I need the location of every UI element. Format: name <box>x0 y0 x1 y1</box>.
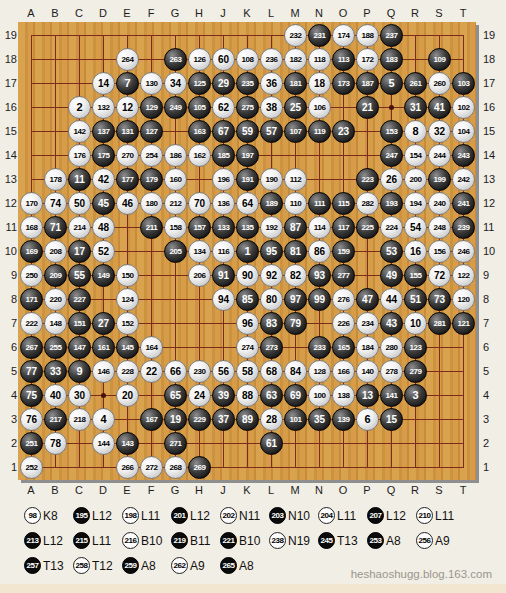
move-number: 102 <box>458 104 470 112</box>
row-label: 1 <box>1 461 17 473</box>
stone-white-276: 276 <box>332 288 355 311</box>
move-number: 76 <box>26 415 37 425</box>
move-number: 223 <box>362 176 374 184</box>
stone-white-110: 110 <box>284 192 307 215</box>
move-number: 234 <box>362 320 374 328</box>
stone-black-229: 229 <box>188 408 211 431</box>
stone-black-211: 211 <box>140 216 163 239</box>
stone-white-132: 132 <box>92 96 115 119</box>
move-number: 220 <box>50 296 62 304</box>
move-number: 268 <box>170 464 182 472</box>
stone-white-114: 114 <box>308 216 331 239</box>
stone-black-269: 269 <box>188 456 211 479</box>
stone-white-220: 220 <box>44 288 67 311</box>
move-number: 254 <box>146 152 158 160</box>
stone-white-232: 232 <box>284 24 307 47</box>
stone-white-240: 240 <box>428 192 451 215</box>
move-number: 111 <box>314 200 325 208</box>
stone-black-17: 17 <box>68 240 91 263</box>
row-label: 19 <box>483 29 499 41</box>
stone-white-176: 176 <box>68 144 91 167</box>
stone-black-187: 187 <box>356 72 379 95</box>
caption-stone-white-256: 256 <box>416 532 433 549</box>
caption-entry: 245T13 <box>318 532 367 549</box>
stone-black-67: 67 <box>212 120 235 143</box>
move-number: 112 <box>290 176 301 184</box>
move-number: 36 <box>266 79 277 89</box>
stone-white-280: 280 <box>380 336 403 359</box>
move-number: 184 <box>362 344 374 352</box>
move-number: 280 <box>386 344 398 352</box>
stone-black-143: 143 <box>116 432 139 455</box>
move-number: 144 <box>98 440 110 448</box>
stone-black-139: 139 <box>332 408 355 431</box>
column-label: L <box>263 484 279 496</box>
move-number: 231 <box>314 32 326 40</box>
move-number: 54 <box>410 223 421 233</box>
move-number: 146 <box>98 368 110 376</box>
move-number: 188 <box>362 32 374 40</box>
move-number: 175 <box>98 152 110 160</box>
column-label: E <box>119 484 135 496</box>
move-number: 276 <box>338 296 350 304</box>
stone-white-200: 200 <box>404 168 427 191</box>
caption-coordinate: A8 <box>239 559 254 573</box>
column-label: R <box>407 484 423 496</box>
move-number: 187 <box>362 80 374 88</box>
stone-black-49: 49 <box>380 264 403 287</box>
column-label: E <box>119 7 135 19</box>
caption-entry: 210L11 <box>416 507 465 524</box>
column-label: A <box>23 7 39 19</box>
stone-white-264: 264 <box>116 48 139 71</box>
move-number: 232 <box>290 32 302 40</box>
move-number: 116 <box>218 248 229 256</box>
stone-black-117: 117 <box>332 216 355 239</box>
stone-white-64: 64 <box>236 192 259 215</box>
caption-stone-white-202: 202 <box>220 507 237 524</box>
move-number: 93 <box>314 271 325 281</box>
column-label: Q <box>383 484 399 496</box>
stone-white-2: 2 <box>68 96 91 119</box>
caption-coordinate: T12 <box>92 559 113 573</box>
caption-stone-black-221: 221 <box>220 532 237 549</box>
stone-white-190: 190 <box>260 168 283 191</box>
stone-black-89: 89 <box>236 408 259 431</box>
stone-white-30: 30 <box>68 384 91 407</box>
move-number: 63 <box>266 391 277 401</box>
move-number: 46 <box>122 199 133 209</box>
move-number: 104 <box>458 128 470 136</box>
stone-black-103: 103 <box>452 72 475 95</box>
caption-stone-black-265: 265 <box>220 557 237 574</box>
move-number: 57 <box>266 127 277 137</box>
stone-black-275: 275 <box>236 96 259 119</box>
stone-white-106: 106 <box>308 96 331 119</box>
stone-black-39: 39 <box>212 384 235 407</box>
move-number: 152 <box>122 320 134 328</box>
move-number: 38 <box>266 103 277 113</box>
move-number: 13 <box>362 391 373 401</box>
stone-white-274: 274 <box>236 336 259 359</box>
go-grid: 2322311741882372642631266010823618211811… <box>31 35 464 468</box>
move-number: 75 <box>26 391 37 401</box>
caption-entry: 98K8 <box>24 507 73 524</box>
move-number: 131 <box>122 128 134 136</box>
stone-white-242: 242 <box>452 168 475 191</box>
move-number: 168 <box>26 224 38 232</box>
column-label: P <box>359 484 375 496</box>
caption-coordinate: L11 <box>435 509 454 523</box>
move-number: 17 <box>74 247 85 257</box>
column-label: H <box>191 7 207 19</box>
move-number: 114 <box>314 224 325 232</box>
stone-black-159: 159 <box>332 240 355 263</box>
stone-black-63: 63 <box>260 384 283 407</box>
stone-black-251: 251 <box>20 432 43 455</box>
stone-white-70: 70 <box>188 192 211 215</box>
stone-black-5: 5 <box>380 72 403 95</box>
stone-black-53: 53 <box>380 240 403 263</box>
move-number: 133 <box>218 224 230 232</box>
move-number: 109 <box>434 56 446 64</box>
stone-black-87: 87 <box>284 216 307 239</box>
move-number: 130 <box>146 80 158 88</box>
stone-black-193: 193 <box>380 192 403 215</box>
caption-coordinate: L12 <box>43 534 63 548</box>
move-number: 19 <box>170 415 181 425</box>
stone-black-45: 45 <box>92 192 115 215</box>
move-number: 143 <box>122 440 134 448</box>
stone-white-62: 62 <box>212 96 235 119</box>
stone-black-37: 37 <box>212 408 235 431</box>
move-number: 67 <box>218 127 229 137</box>
move-number: 169 <box>26 248 38 256</box>
move-number: 236 <box>266 56 278 64</box>
stone-white-182: 182 <box>284 48 307 71</box>
stone-black-83: 83 <box>260 312 283 335</box>
row-label: 2 <box>1 437 17 449</box>
move-number: 31 <box>410 103 421 113</box>
row-label: 7 <box>1 317 17 329</box>
stone-black-121: 121 <box>452 312 475 335</box>
move-number: 281 <box>434 320 446 328</box>
move-number: 25 <box>290 103 301 113</box>
row-label: 10 <box>1 245 17 257</box>
caption-coordinate: L11 <box>141 509 160 523</box>
move-number: 192 <box>266 224 278 232</box>
stone-white-260: 260 <box>428 72 451 95</box>
stone-white-214: 214 <box>68 216 91 239</box>
stone-black-59: 59 <box>236 120 259 143</box>
move-number: 149 <box>98 272 110 280</box>
move-number: 96 <box>242 319 253 329</box>
caption-entry: 202N11 <box>220 507 269 524</box>
move-number: 151 <box>74 320 86 328</box>
move-number: 68 <box>266 367 277 377</box>
move-number: 88 <box>242 391 253 401</box>
caption-stone-black-253: 253 <box>367 532 384 549</box>
star-point <box>101 393 106 398</box>
move-number: 11 <box>74 175 85 185</box>
stone-white-174: 174 <box>332 24 355 47</box>
stone-white-54: 54 <box>404 216 427 239</box>
stone-black-273: 273 <box>260 336 283 359</box>
caption-stone-white-210: 210 <box>416 507 433 524</box>
move-number: 272 <box>146 464 158 472</box>
stone-white-228: 228 <box>116 360 139 383</box>
move-number: 99 <box>314 295 325 305</box>
caption-stone-white-216: 216 <box>122 532 139 549</box>
move-number: 218 <box>74 416 86 424</box>
stone-black-27: 27 <box>92 312 115 335</box>
move-number: 193 <box>386 200 398 208</box>
caption-stone-white-238: 238 <box>269 532 286 549</box>
stone-black-3: 3 <box>404 384 427 407</box>
stone-white-32: 32 <box>428 120 451 143</box>
stone-black-125: 125 <box>188 72 211 95</box>
move-number: 29 <box>218 79 229 89</box>
stone-black-191: 191 <box>236 168 259 191</box>
stone-white-156: 156 <box>428 240 451 263</box>
stone-white-112: 112 <box>284 168 307 191</box>
stone-white-136: 136 <box>212 192 235 215</box>
caption-stone-black-257: 257 <box>24 557 41 574</box>
caption-entry: 216B10 <box>122 532 171 549</box>
stone-white-252: 252 <box>20 456 43 479</box>
move-number: 164 <box>146 344 158 352</box>
stone-black-105: 105 <box>188 96 211 119</box>
move-number: 173 <box>338 80 350 88</box>
caption-coordinate: K8 <box>43 509 58 523</box>
stone-black-135: 135 <box>236 216 259 239</box>
stone-black-165: 165 <box>332 336 355 359</box>
caption-coordinate: A9 <box>190 559 205 573</box>
column-label: M <box>287 7 303 19</box>
move-number: 4 <box>100 414 106 425</box>
stone-white-102: 102 <box>452 96 475 119</box>
caption-coordinate: T13 <box>43 559 64 573</box>
stone-black-95: 95 <box>260 240 283 263</box>
go-board: 2322311741882372642631266010823618211811… <box>18 22 476 480</box>
stone-white-154: 154 <box>404 144 427 167</box>
move-number: 60 <box>218 55 229 65</box>
column-label: J <box>215 7 231 19</box>
column-label: H <box>191 484 207 496</box>
move-number: 27 <box>98 319 109 329</box>
move-number: 158 <box>170 224 182 232</box>
row-label: 9 <box>483 269 499 281</box>
move-number: 174 <box>338 32 350 40</box>
caption-stone-white-204: 204 <box>318 507 335 524</box>
move-number: 117 <box>338 224 349 232</box>
stone-white-192: 192 <box>260 216 283 239</box>
move-number: 70 <box>194 199 205 209</box>
move-number: 125 <box>194 80 206 88</box>
column-label: F <box>143 484 159 496</box>
move-number: 10 <box>410 319 421 329</box>
stone-white-58: 58 <box>236 360 259 383</box>
move-number: 9 <box>76 366 82 377</box>
move-number: 24 <box>194 391 205 401</box>
move-number: 176 <box>74 152 86 160</box>
stone-white-266: 266 <box>116 456 139 479</box>
stone-black-57: 57 <box>260 120 283 143</box>
stone-white-116: 116 <box>212 240 235 263</box>
stone-black-11: 11 <box>68 168 91 191</box>
move-number: 44 <box>386 295 397 305</box>
move-number: 1 <box>244 246 250 257</box>
move-number: 147 <box>74 344 86 352</box>
stone-white-236: 236 <box>260 48 283 71</box>
move-number: 33 <box>50 367 61 377</box>
stone-white-152: 152 <box>116 312 139 335</box>
kifu-page: ABCDEFGHJKLMNOPQRST ABCDEFGHJKLMNOPQRST … <box>0 0 506 593</box>
caption-stone-black-195: 195 <box>73 507 90 524</box>
move-number: 246 <box>458 248 470 256</box>
stone-black-237: 237 <box>380 24 403 47</box>
row-label: 15 <box>1 125 17 137</box>
move-number: 222 <box>26 320 38 328</box>
move-number: 94 <box>218 295 229 305</box>
row-label: 6 <box>1 341 17 353</box>
move-number: 242 <box>458 176 470 184</box>
stone-white-140: 140 <box>356 360 379 383</box>
caption-entry: 253A8 <box>367 532 416 549</box>
stone-black-107: 107 <box>284 120 307 143</box>
move-number: 100 <box>314 392 326 400</box>
row-label: 17 <box>483 77 499 89</box>
move-number: 269 <box>194 464 206 472</box>
move-number: 91 <box>218 271 229 281</box>
stone-black-115: 115 <box>332 192 355 215</box>
move-number: 179 <box>146 176 158 184</box>
stone-white-14: 14 <box>92 72 115 95</box>
move-number: 250 <box>26 272 38 280</box>
caption-coordinate: B10 <box>239 534 260 548</box>
stone-black-99: 99 <box>308 288 331 311</box>
move-number: 2 <box>76 102 82 113</box>
stone-black-35: 35 <box>308 408 331 431</box>
stone-black-23: 23 <box>332 120 355 143</box>
stone-black-177: 177 <box>116 168 139 191</box>
stone-black-111: 111 <box>308 192 331 215</box>
stone-black-277: 277 <box>332 264 355 287</box>
row-label: 19 <box>1 29 17 41</box>
caption-entry: 219B11 <box>171 532 220 549</box>
caption-entry: 195L12 <box>73 507 122 524</box>
column-label: P <box>359 7 375 19</box>
stone-black-7: 7 <box>116 72 139 95</box>
stone-black-241: 241 <box>452 192 475 215</box>
stone-white-158: 158 <box>164 216 187 239</box>
move-number: 279 <box>410 368 422 376</box>
caption-coordinate: N11 <box>239 509 260 523</box>
stone-white-270: 270 <box>116 144 139 167</box>
stone-white-18: 18 <box>308 72 331 95</box>
move-number: 247 <box>386 152 398 160</box>
caption-entry: 203N10 <box>269 507 318 524</box>
caption-coordinate: N19 <box>288 534 310 548</box>
stone-white-34: 34 <box>164 72 187 95</box>
stone-black-97: 97 <box>284 288 307 311</box>
move-number: 101 <box>290 416 302 424</box>
stone-black-227: 227 <box>68 288 91 311</box>
move-number: 55 <box>74 271 85 281</box>
caption-entry: 201L12 <box>171 507 220 524</box>
move-number: 115 <box>338 200 349 208</box>
move-number: 62 <box>218 103 229 113</box>
stone-white-126: 126 <box>188 48 211 71</box>
stone-white-46: 46 <box>116 192 139 215</box>
stone-white-268: 268 <box>164 456 187 479</box>
move-number: 77 <box>26 367 37 377</box>
stone-white-162: 162 <box>188 144 211 167</box>
stone-white-138: 138 <box>332 384 355 407</box>
stone-white-68: 68 <box>260 360 283 383</box>
move-number: 208 <box>50 248 62 256</box>
stone-black-77: 77 <box>20 360 43 383</box>
column-label: A <box>23 484 39 496</box>
stone-white-180: 180 <box>140 192 163 215</box>
stone-black-155: 155 <box>404 264 427 287</box>
stone-white-56: 56 <box>212 360 235 383</box>
stone-white-104: 104 <box>452 120 475 143</box>
column-label: T <box>455 484 471 496</box>
move-number: 5 <box>388 78 394 89</box>
row-label: 17 <box>1 77 17 89</box>
stone-black-149: 149 <box>92 264 115 287</box>
row-label: 1 <box>483 461 499 473</box>
move-number: 32 <box>434 127 445 137</box>
stone-black-209: 209 <box>44 264 67 287</box>
move-number: 3 <box>412 390 418 401</box>
stone-white-44: 44 <box>380 288 403 311</box>
stone-black-147: 147 <box>68 336 91 359</box>
stone-white-148: 148 <box>44 312 67 335</box>
move-number: 177 <box>122 176 134 184</box>
move-number: 82 <box>290 271 301 281</box>
row-label: 6 <box>483 341 499 353</box>
stone-black-199: 199 <box>428 168 451 191</box>
column-label: B <box>47 484 63 496</box>
stone-white-208: 208 <box>44 240 67 263</box>
row-label: 4 <box>1 389 17 401</box>
move-number: 84 <box>290 367 301 377</box>
row-label: 14 <box>1 149 17 161</box>
move-number: 249 <box>170 104 182 112</box>
stone-white-74: 74 <box>44 192 67 215</box>
stone-black-47: 47 <box>356 288 379 311</box>
row-label: 13 <box>483 173 499 185</box>
move-number: 73 <box>434 295 445 305</box>
row-label: 3 <box>1 413 17 425</box>
caption-entry: 265A8 <box>220 557 269 574</box>
move-number: 78 <box>50 439 61 449</box>
move-number: 241 <box>458 200 470 208</box>
move-number: 205 <box>170 248 182 256</box>
move-number: 273 <box>266 344 278 352</box>
move-number: 30 <box>74 391 85 401</box>
move-number: 275 <box>242 104 254 112</box>
move-number: 124 <box>122 296 134 304</box>
stone-white-146: 146 <box>92 360 115 383</box>
move-number: 107 <box>290 128 302 136</box>
stone-white-168: 168 <box>20 216 43 239</box>
row-label: 18 <box>1 53 17 65</box>
stone-black-197: 197 <box>236 144 259 167</box>
stone-black-151: 151 <box>68 312 91 335</box>
